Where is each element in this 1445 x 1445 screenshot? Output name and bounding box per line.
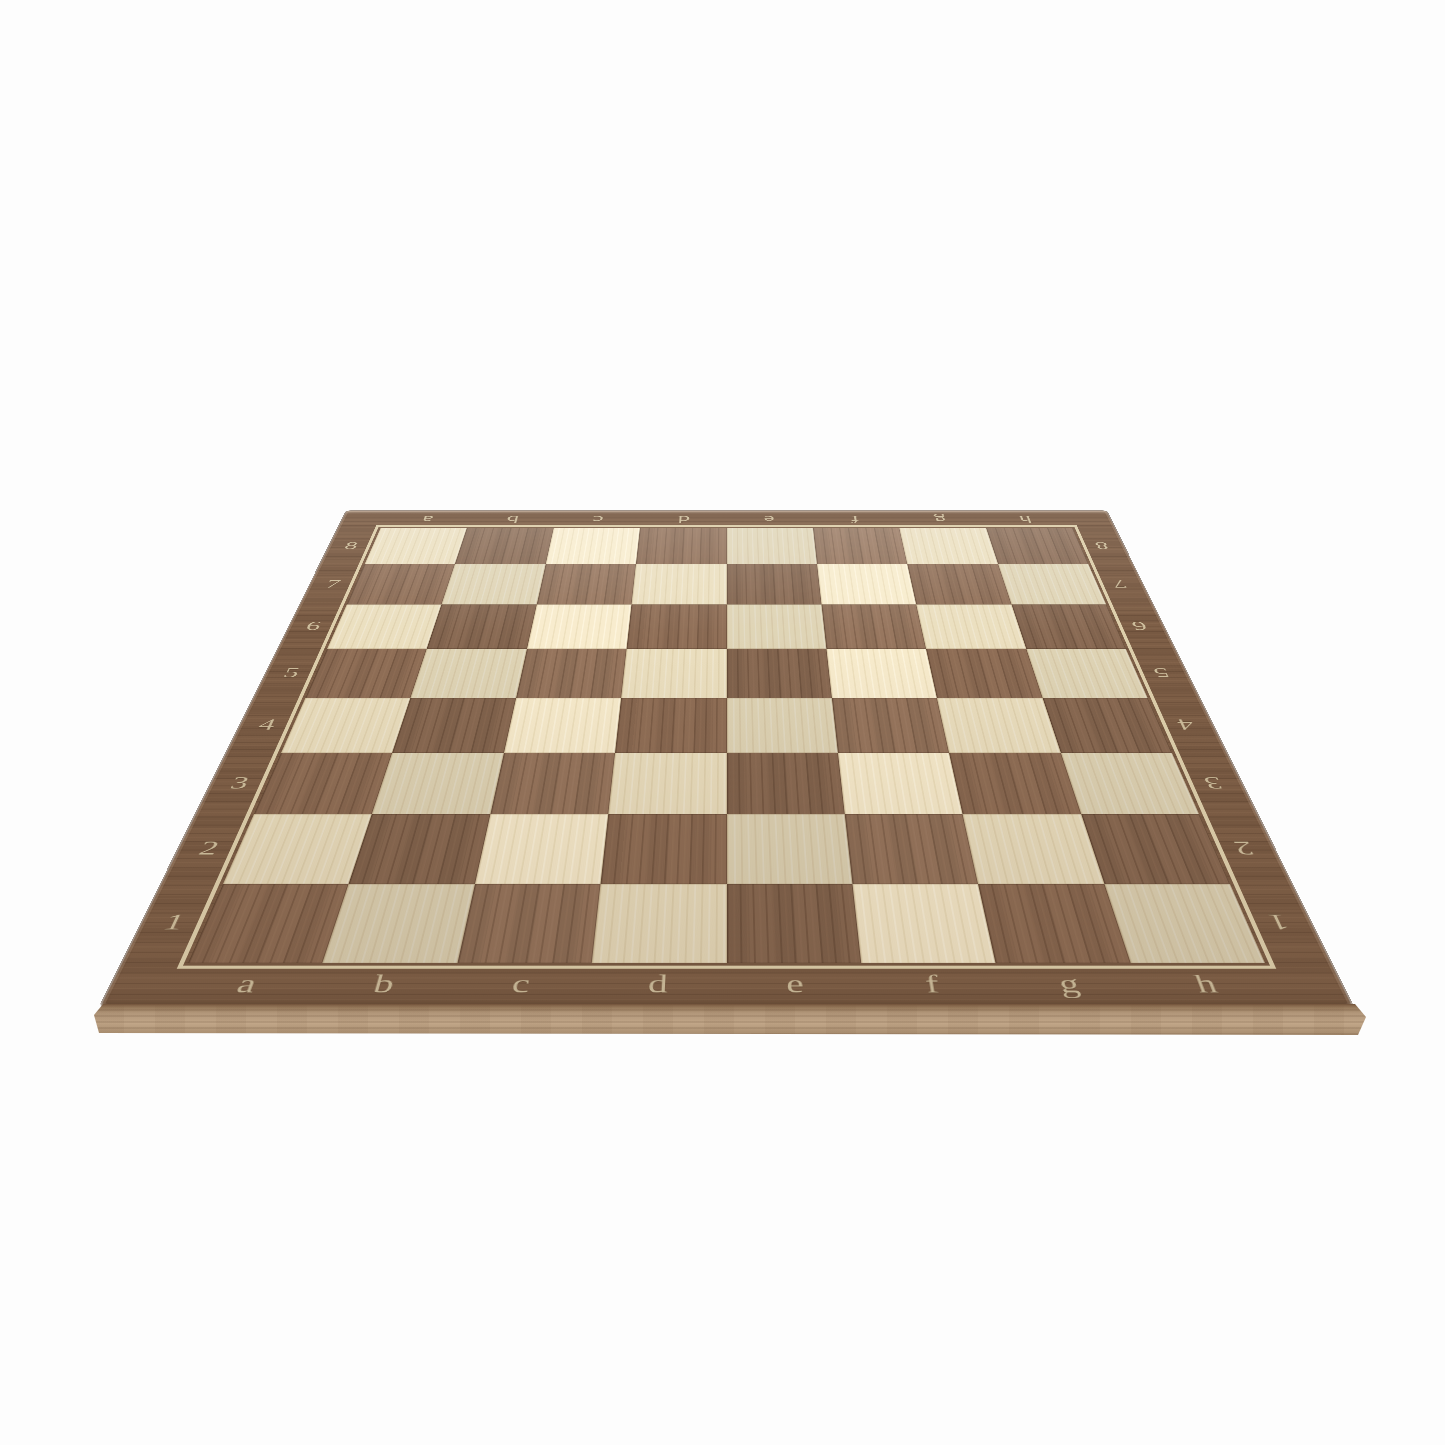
square-a2[interactable] (223, 814, 372, 884)
square-c4[interactable] (504, 698, 621, 753)
square-e7[interactable] (727, 564, 822, 604)
square-h6[interactable] (1011, 604, 1126, 648)
square-b2[interactable] (349, 814, 490, 884)
square-h8[interactable] (986, 528, 1089, 565)
square-f2[interactable] (845, 814, 979, 884)
square-f7[interactable] (817, 564, 916, 604)
label-file-a-near: a (233, 972, 260, 997)
square-a8[interactable] (365, 528, 468, 565)
label-rank-5-right: 5 (1151, 666, 1172, 680)
square-b8[interactable] (455, 528, 554, 565)
board-side-edge (94, 1004, 1366, 1035)
square-h7[interactable] (998, 564, 1106, 604)
square-g2[interactable] (963, 814, 1104, 884)
label-rank-7-left: 7 (324, 578, 343, 590)
square-a7[interactable] (347, 564, 455, 604)
square-e4[interactable] (727, 698, 838, 753)
label-file-f-far: f (850, 514, 860, 524)
square-c7[interactable] (537, 564, 636, 604)
square-g8[interactable] (899, 528, 998, 565)
square-e3[interactable] (727, 753, 845, 815)
label-rank-8-left: 8 (342, 540, 360, 550)
square-c5[interactable] (516, 649, 627, 698)
square-a6[interactable] (327, 604, 442, 648)
label-file-b-near: b (371, 972, 398, 997)
label-rank-1-right: 1 (1264, 911, 1293, 934)
square-f1[interactable] (852, 884, 995, 963)
square-e8[interactable] (727, 528, 817, 565)
square-g3[interactable] (949, 753, 1081, 815)
square-b1[interactable] (323, 884, 475, 963)
label-rank-7-right: 7 (1110, 578, 1129, 590)
label-file-h-near: h (1191, 972, 1220, 997)
square-h1[interactable] (1104, 884, 1265, 963)
square-a1[interactable] (188, 884, 349, 963)
square-h2[interactable] (1081, 814, 1230, 884)
label-rank-1-left: 1 (160, 911, 189, 934)
square-d3[interactable] (608, 753, 726, 815)
label-file-g-far: g (933, 514, 948, 524)
label-rank-4-right: 4 (1174, 717, 1197, 733)
square-f6[interactable] (821, 604, 926, 648)
square-h3[interactable] (1061, 753, 1200, 815)
label-file-f-near: f (923, 972, 940, 997)
label-rank-6-left: 6 (303, 620, 323, 633)
square-a3[interactable] (254, 753, 393, 815)
label-file-d-near: d (647, 972, 668, 997)
square-g6[interactable] (916, 604, 1026, 648)
square-g7[interactable] (907, 564, 1011, 604)
square-b5[interactable] (411, 649, 527, 698)
square-d1[interactable] (592, 884, 727, 963)
square-b3[interactable] (372, 753, 504, 815)
label-rank-2-right: 2 (1230, 838, 1257, 858)
square-c3[interactable] (490, 753, 615, 815)
square-h5[interactable] (1026, 649, 1148, 698)
label-file-c-near: c (510, 972, 532, 997)
label-file-g-near: g (1056, 972, 1083, 997)
board-frame: abcdefghabcdefgh1234567812345678 (101, 511, 1352, 1006)
square-f4[interactable] (832, 698, 949, 753)
square-g5[interactable] (926, 649, 1042, 698)
square-e5[interactable] (727, 649, 832, 698)
square-h4[interactable] (1042, 698, 1172, 753)
label-rank-3-right: 3 (1201, 774, 1226, 792)
label-file-d-far: d (677, 514, 690, 524)
square-e1[interactable] (727, 884, 862, 963)
square-b6[interactable] (427, 604, 537, 648)
square-c6[interactable] (527, 604, 632, 648)
chess-board: abcdefghabcdefgh1234567812345678 (101, 511, 1352, 1006)
square-c2[interactable] (475, 814, 609, 884)
square-d8[interactable] (636, 528, 726, 565)
square-d6[interactable] (627, 604, 727, 648)
label-file-e-far: e (764, 514, 775, 524)
label-file-a-far: a (420, 514, 435, 524)
square-d5[interactable] (621, 649, 726, 698)
label-rank-3-left: 3 (227, 774, 252, 792)
label-rank-4-left: 4 (256, 717, 279, 733)
label-rank-2-left: 2 (196, 838, 223, 858)
square-e2[interactable] (727, 814, 853, 884)
square-d4[interactable] (615, 698, 726, 753)
square-a5[interactable] (305, 649, 427, 698)
label-rank-6-right: 6 (1130, 620, 1150, 633)
square-b4[interactable] (392, 698, 515, 753)
label-rank-8-right: 8 (1093, 540, 1111, 550)
board-grid (188, 528, 1265, 964)
product-photo-background: abcdefghabcdefgh1234567812345678 (0, 0, 1445, 1445)
label-file-h-far: h (1018, 514, 1034, 524)
square-d2[interactable] (601, 814, 727, 884)
label-file-c-far: c (592, 514, 605, 524)
square-f5[interactable] (826, 649, 937, 698)
square-g4[interactable] (937, 698, 1060, 753)
label-rank-5-left: 5 (281, 666, 302, 680)
label-file-e-near: e (786, 972, 805, 997)
square-c8[interactable] (546, 528, 641, 565)
square-c1[interactable] (457, 884, 600, 963)
square-f8[interactable] (813, 528, 908, 565)
label-file-b-far: b (505, 514, 520, 524)
square-e6[interactable] (727, 604, 827, 648)
square-f3[interactable] (838, 753, 963, 815)
square-a4[interactable] (281, 698, 411, 753)
square-b7[interactable] (442, 564, 546, 604)
square-d7[interactable] (632, 564, 727, 604)
